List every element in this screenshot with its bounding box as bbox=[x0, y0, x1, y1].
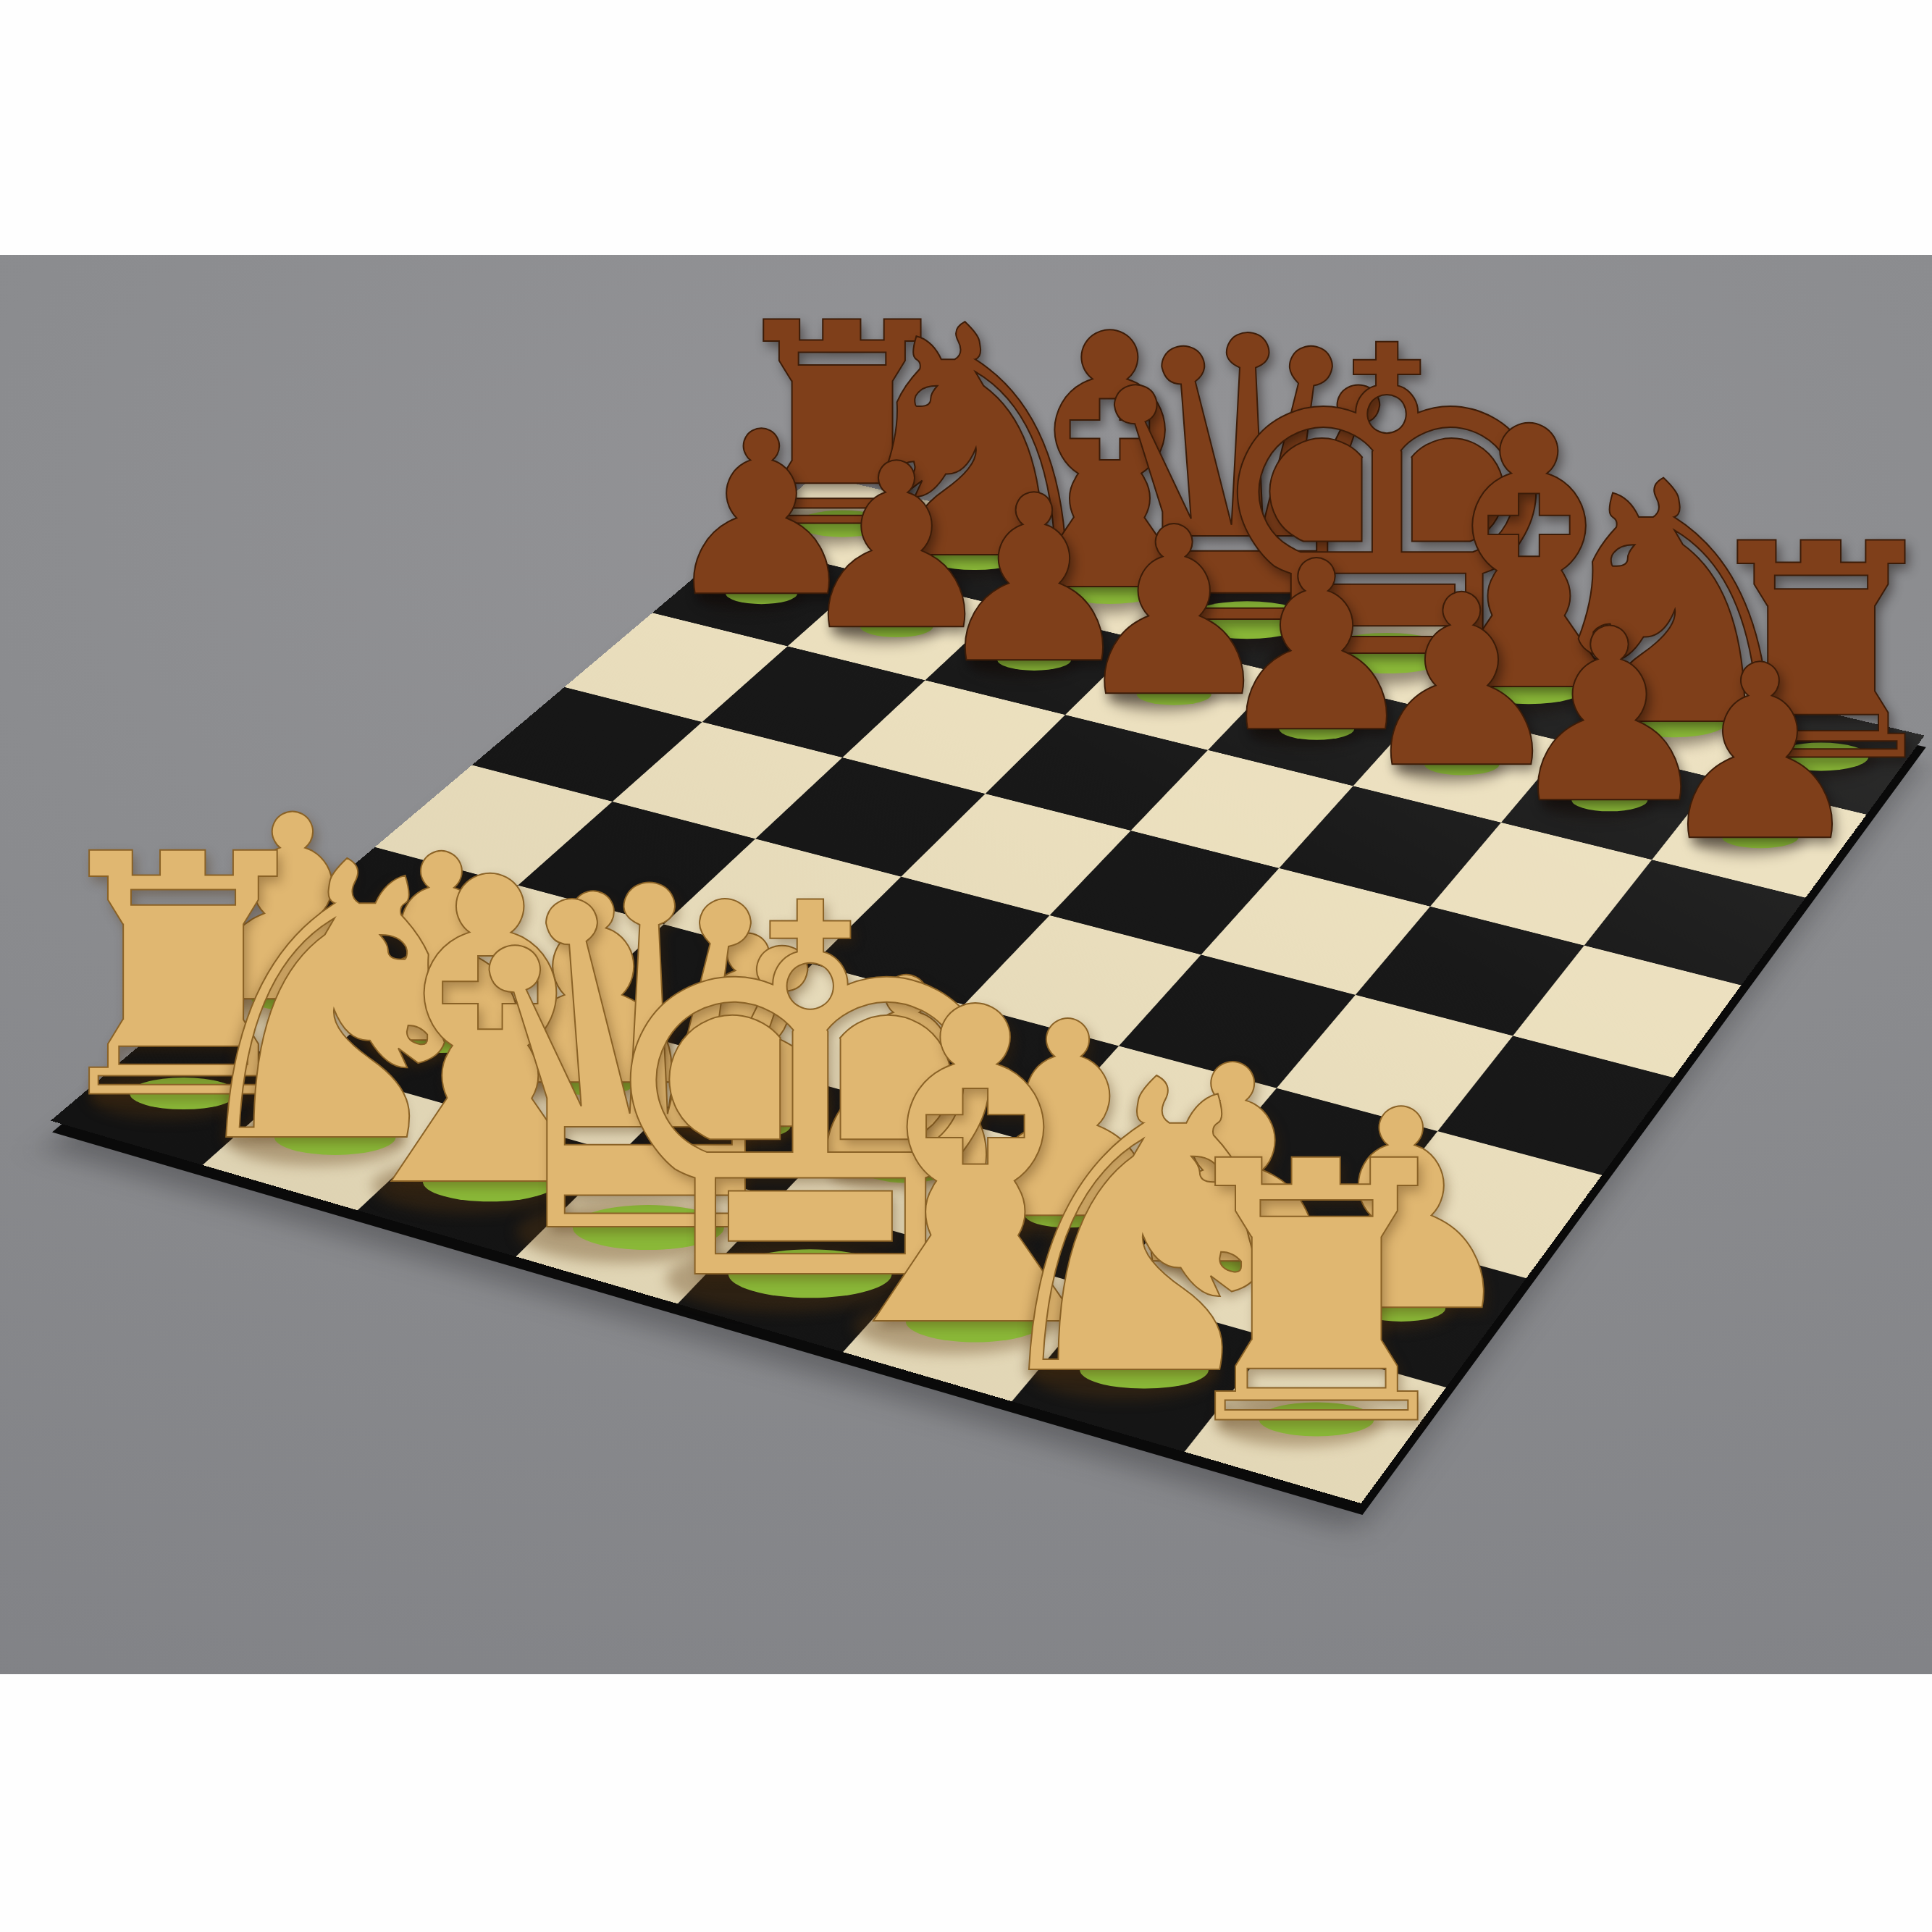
black-pawn-h7: ♟ bbox=[1652, 634, 1868, 874]
white-rook-h1: ♜ bbox=[1155, 1115, 1477, 1475]
pieces-layer: ♜♞♝♛♚♝♞♜♟♟♟♟♟♟♟♟♟♟♟♟♟♟♟♟♜♞♝♛♚♝♞♜ bbox=[0, 0, 1932, 1932]
chess-set-photo: ♜♞♝♛♚♝♞♜♟♟♟♟♟♟♟♟♟♟♟♟♟♟♟♟♜♞♝♛♚♝♞♜ bbox=[0, 0, 1932, 1932]
